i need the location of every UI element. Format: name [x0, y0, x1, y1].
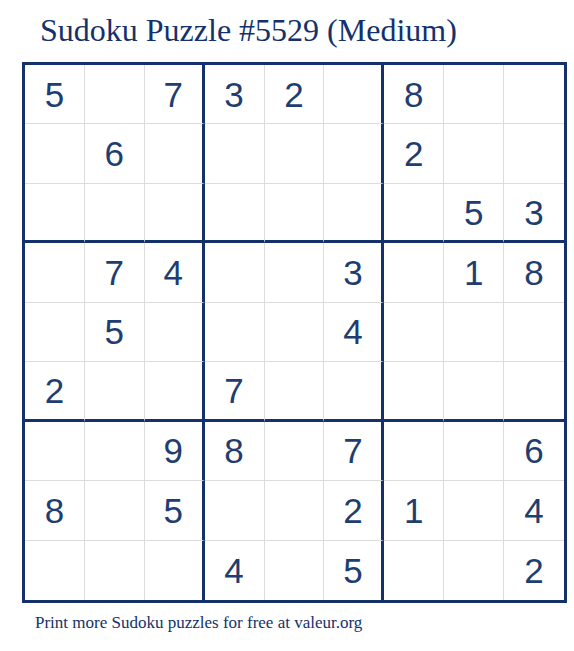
cell-r1c9	[504, 65, 564, 124]
cell-r6c6	[324, 362, 384, 421]
cell-r9c1	[25, 541, 85, 600]
cell-r1c7: 8	[384, 65, 444, 124]
cell-r9c5	[265, 541, 325, 600]
cell-r9c6: 5	[324, 541, 384, 600]
cell-r7c8	[444, 422, 504, 481]
cell-r1c2	[85, 65, 145, 124]
cell-r4c4	[205, 243, 265, 302]
cell-r5c9	[504, 303, 564, 362]
cell-r6c7	[384, 362, 444, 421]
cell-r9c9: 2	[504, 541, 564, 600]
cell-r7c2	[85, 422, 145, 481]
cell-r5c8	[444, 303, 504, 362]
sudoku-board: 573286253743185427987685214452	[22, 62, 567, 603]
cell-r1c6	[324, 65, 384, 124]
cell-r6c2	[85, 362, 145, 421]
cell-r5c7	[384, 303, 444, 362]
cell-r1c3: 7	[145, 65, 205, 124]
cell-r7c3: 9	[145, 422, 205, 481]
cell-r6c1: 2	[25, 362, 85, 421]
cell-r4c6: 3	[324, 243, 384, 302]
page-title: Sudoku Puzzle #5529 (Medium)	[40, 12, 457, 49]
cell-r3c6	[324, 184, 384, 243]
cell-r2c3	[145, 124, 205, 183]
cell-r9c8	[444, 541, 504, 600]
cell-r4c2: 7	[85, 243, 145, 302]
cell-r3c4	[205, 184, 265, 243]
cell-r6c3	[145, 362, 205, 421]
cell-r8c4	[205, 481, 265, 540]
cell-r7c5	[265, 422, 325, 481]
cell-r1c1: 5	[25, 65, 85, 124]
cell-r3c2	[85, 184, 145, 243]
cell-r6c5	[265, 362, 325, 421]
cell-r5c1	[25, 303, 85, 362]
cell-r2c5	[265, 124, 325, 183]
cell-r7c6: 7	[324, 422, 384, 481]
cell-r2c6	[324, 124, 384, 183]
cell-r8c5	[265, 481, 325, 540]
cell-r1c5: 2	[265, 65, 325, 124]
cell-r3c7	[384, 184, 444, 243]
cell-r4c9: 8	[504, 243, 564, 302]
cell-r9c2	[85, 541, 145, 600]
cell-r2c9	[504, 124, 564, 183]
cell-r8c7: 1	[384, 481, 444, 540]
cell-r5c3	[145, 303, 205, 362]
cell-r8c6: 2	[324, 481, 384, 540]
cell-r5c2: 5	[85, 303, 145, 362]
cell-r5c6: 4	[324, 303, 384, 362]
cell-r5c5	[265, 303, 325, 362]
cell-r4c8: 1	[444, 243, 504, 302]
cell-r5c4	[205, 303, 265, 362]
cell-r8c8	[444, 481, 504, 540]
cell-r4c1	[25, 243, 85, 302]
cell-r7c1	[25, 422, 85, 481]
cell-r9c3	[145, 541, 205, 600]
cell-r3c8: 5	[444, 184, 504, 243]
cell-r1c8	[444, 65, 504, 124]
cell-r6c9	[504, 362, 564, 421]
cell-r1c4: 3	[205, 65, 265, 124]
cell-r4c7	[384, 243, 444, 302]
cell-r8c9: 4	[504, 481, 564, 540]
cell-r3c5	[265, 184, 325, 243]
cell-r3c9: 3	[504, 184, 564, 243]
cell-r8c3: 5	[145, 481, 205, 540]
cell-r8c1: 8	[25, 481, 85, 540]
footer-text: Print more Sudoku puzzles for free at va…	[35, 613, 362, 633]
cell-r4c3: 4	[145, 243, 205, 302]
cell-r2c7: 2	[384, 124, 444, 183]
cell-r2c4	[205, 124, 265, 183]
cell-r6c4: 7	[205, 362, 265, 421]
cell-r8c2	[85, 481, 145, 540]
cell-r3c1	[25, 184, 85, 243]
cell-r7c4: 8	[205, 422, 265, 481]
cell-r9c7	[384, 541, 444, 600]
cell-r9c4: 4	[205, 541, 265, 600]
cell-r3c3	[145, 184, 205, 243]
cell-r7c7	[384, 422, 444, 481]
cell-r4c5	[265, 243, 325, 302]
cell-r2c1	[25, 124, 85, 183]
cell-r6c8	[444, 362, 504, 421]
cell-r2c2: 6	[85, 124, 145, 183]
cell-r7c9: 6	[504, 422, 564, 481]
cell-r2c8	[444, 124, 504, 183]
